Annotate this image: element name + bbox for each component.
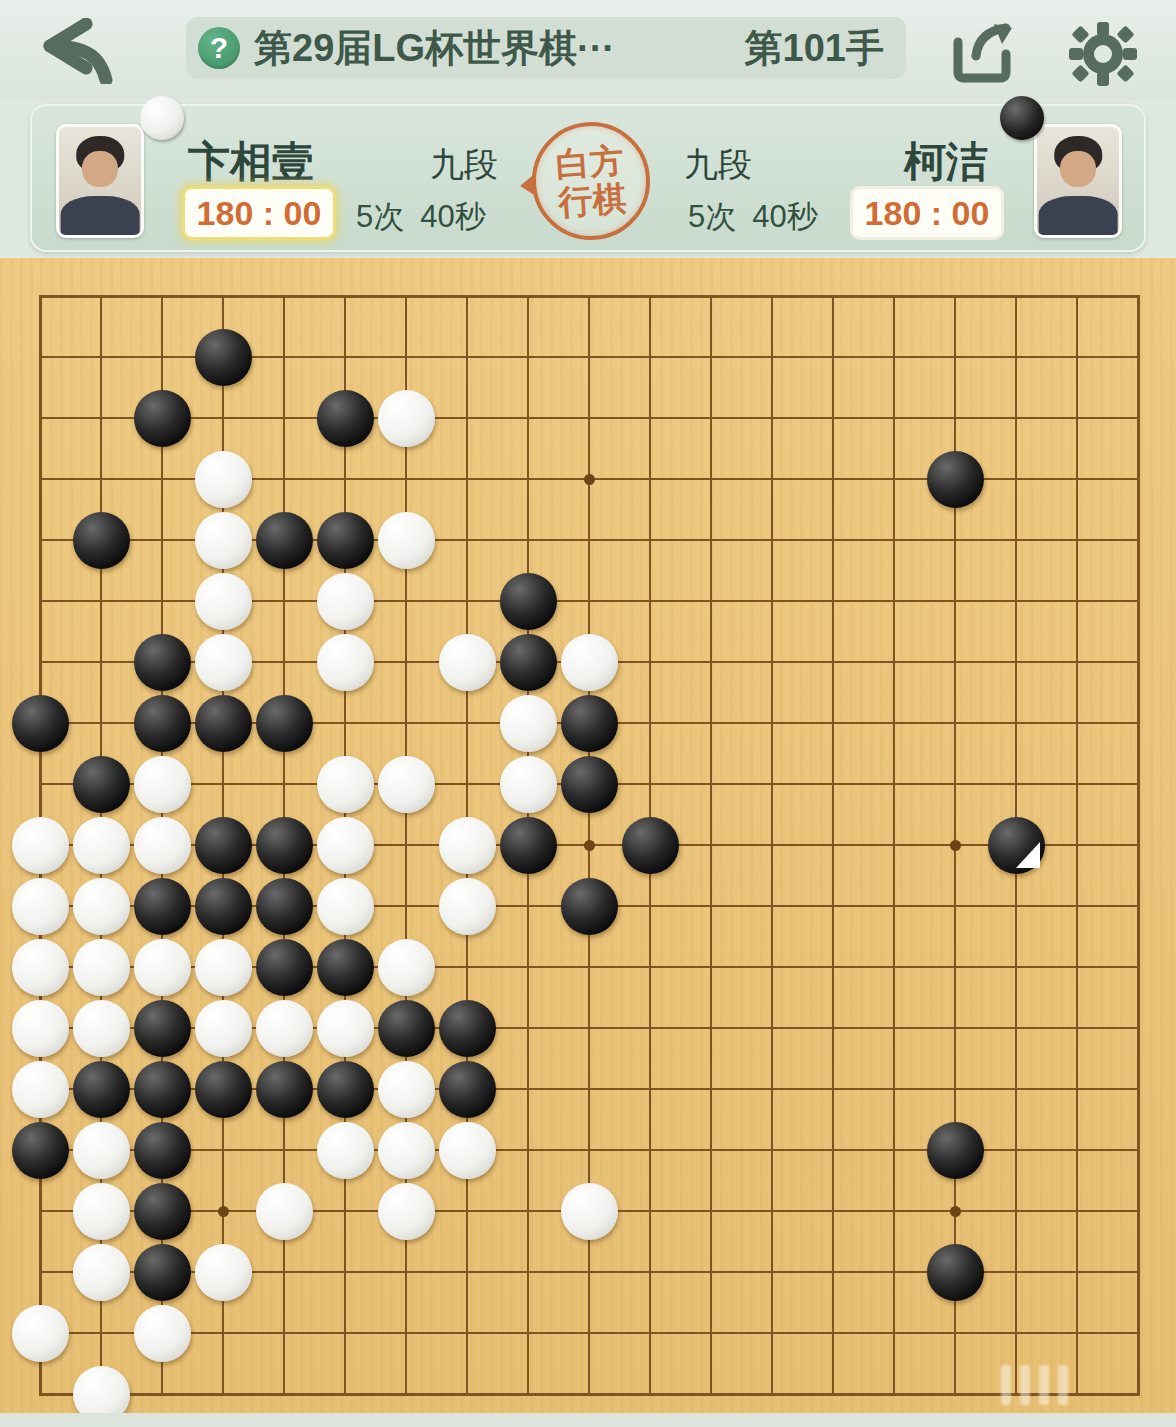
- stone-black: [317, 512, 374, 569]
- clock-right: 180 : 00: [850, 186, 1004, 240]
- grid-line: [39, 1332, 1140, 1334]
- stone-black: [500, 634, 557, 691]
- stone-black: [134, 1122, 191, 1179]
- grid-line: [710, 295, 712, 1396]
- star-point: [950, 840, 961, 851]
- stone-white: [561, 1183, 618, 1240]
- stone-black: [561, 695, 618, 752]
- stone-white: [256, 1183, 313, 1240]
- avatar-body: [61, 196, 140, 238]
- stone-black: [134, 1244, 191, 1301]
- stone-white: [378, 390, 435, 447]
- stone-black: [256, 695, 313, 752]
- stone-white: [134, 756, 191, 813]
- stone-white: [73, 1000, 130, 1057]
- stone-black: [256, 512, 313, 569]
- stone-white: [439, 634, 496, 691]
- stone-black: [134, 1183, 191, 1240]
- go-board[interactable]: [0, 258, 1176, 1427]
- settings-button[interactable]: [1066, 20, 1140, 84]
- share-button[interactable]: [948, 20, 1022, 84]
- stone-white: [378, 1061, 435, 1118]
- top-bar: ? 第29届LG杯世界棋··· 第101手: [0, 0, 1176, 100]
- stone-white: [73, 1122, 130, 1179]
- byoyomi-periods-left: 5次: [356, 196, 404, 238]
- seal-line1: 白方: [554, 141, 624, 184]
- stone-black: [12, 1122, 69, 1179]
- stone-black: [195, 329, 252, 386]
- grid-line: [832, 295, 834, 1396]
- move-counter: 第101手: [745, 23, 884, 74]
- stone-white: [561, 634, 618, 691]
- stone-white: [73, 1244, 130, 1301]
- stone-black: [195, 817, 252, 874]
- stone-black: [195, 1061, 252, 1118]
- stone-black: [988, 817, 1045, 874]
- back-button[interactable]: [34, 18, 118, 84]
- gear-icon: [1066, 20, 1140, 88]
- stone-black: [256, 817, 313, 874]
- star-point: [950, 1206, 961, 1217]
- last-move-marker: [1016, 842, 1040, 868]
- bottom-strip: [0, 1413, 1176, 1427]
- stone-black: [134, 878, 191, 935]
- stone-white: [317, 573, 374, 630]
- stone-white: [195, 451, 252, 508]
- stone-black: [317, 1061, 374, 1118]
- stone-white: [378, 1183, 435, 1240]
- grid-line: [771, 295, 773, 1396]
- player-name-right: 柯洁: [904, 134, 988, 190]
- stone-white: [500, 695, 557, 752]
- stone-black: [561, 756, 618, 813]
- stone-white: [439, 878, 496, 935]
- stone-black: [439, 1061, 496, 1118]
- stone-black: [134, 695, 191, 752]
- avatar-face: [82, 151, 118, 188]
- stone-white: [195, 1244, 252, 1301]
- stone-white: [378, 512, 435, 569]
- stone-white: [195, 939, 252, 996]
- stone-white: [317, 878, 374, 935]
- share-icon: [948, 20, 1022, 84]
- stone-black: [927, 1122, 984, 1179]
- stone-black: [134, 1061, 191, 1118]
- stone-black: [195, 695, 252, 752]
- byoyomi-right: 5次 40秒: [688, 196, 818, 238]
- page-title: 第29届LG杯世界棋···: [254, 23, 615, 74]
- stone-white: [195, 1000, 252, 1057]
- avatar-body: [1039, 196, 1118, 238]
- stone-white: [73, 817, 130, 874]
- stone-white: [195, 512, 252, 569]
- stone-white: [134, 939, 191, 996]
- stone-white: [317, 1122, 374, 1179]
- app-screen: ? 第29届LG杯世界棋··· 第101手: [0, 0, 1176, 1427]
- stone-black: [927, 451, 984, 508]
- player-photo-left[interactable]: [56, 124, 144, 238]
- byoyomi-seconds-left: 40秒: [420, 196, 485, 238]
- stone-black: [256, 939, 313, 996]
- stone-black: [317, 390, 374, 447]
- stone-white: [317, 634, 374, 691]
- stone-black: [622, 817, 679, 874]
- seal-line2: 行棋: [557, 179, 627, 222]
- stone-black: [134, 634, 191, 691]
- question-mark-icon[interactable]: ?: [198, 27, 240, 69]
- byoyomi-left: 5次 40秒: [356, 196, 486, 238]
- back-arrow-icon: [34, 18, 118, 84]
- stone-black: [195, 878, 252, 935]
- stone-white: [73, 878, 130, 935]
- stone-white: [317, 1000, 374, 1057]
- avatar-face: [1060, 151, 1096, 188]
- black-stone-indicator: [1000, 96, 1044, 140]
- player-rank-right: 九段: [684, 142, 752, 188]
- stone-white: [12, 817, 69, 874]
- stone-black: [378, 1000, 435, 1057]
- stone-white: [12, 1000, 69, 1057]
- stone-white: [12, 878, 69, 935]
- stone-white: [134, 1305, 191, 1362]
- stone-black: [500, 817, 557, 874]
- player-panel: 卞相壹 九段 180 : 00 5次 40秒 白方 行棋 九段 柯洁 5次 40…: [30, 104, 1146, 252]
- player-rank-left: 九段: [430, 142, 498, 188]
- stone-white: [12, 1061, 69, 1118]
- stone-black: [317, 939, 374, 996]
- player-photo-right[interactable]: [1034, 124, 1122, 238]
- stone-white: [439, 817, 496, 874]
- byoyomi-seconds-right: 40秒: [752, 196, 817, 238]
- stone-white: [195, 634, 252, 691]
- stone-black: [500, 573, 557, 630]
- stone-white: [317, 756, 374, 813]
- star-point: [584, 474, 595, 485]
- stone-white: [195, 573, 252, 630]
- grid-line: [1137, 295, 1140, 1396]
- stone-white: [256, 1000, 313, 1057]
- stone-white: [317, 817, 374, 874]
- stone-white: [378, 756, 435, 813]
- stone-white: [378, 1122, 435, 1179]
- grid-line: [893, 295, 895, 1396]
- turn-indicator-seal: 白方 行棋: [528, 118, 654, 244]
- stone-white: [73, 1183, 130, 1240]
- stone-black: [256, 1061, 313, 1118]
- stone-white: [73, 939, 130, 996]
- stone-black: [134, 390, 191, 447]
- stone-black: [12, 695, 69, 752]
- white-stone-indicator: [140, 96, 184, 140]
- clock-left: 180 : 00: [182, 186, 336, 240]
- grid-line: [39, 1393, 1140, 1396]
- seal-pointer: [519, 174, 535, 197]
- stone-white: [500, 756, 557, 813]
- stone-white: [378, 939, 435, 996]
- stone-black: [927, 1244, 984, 1301]
- byoyomi-periods-right: 5次: [688, 196, 736, 238]
- stone-black: [73, 1061, 130, 1118]
- stone-white: [12, 939, 69, 996]
- stone-black: [439, 1000, 496, 1057]
- stone-black: [561, 878, 618, 935]
- stone-white: [134, 817, 191, 874]
- star-point: [218, 1206, 229, 1217]
- stone-white: [12, 1305, 69, 1362]
- title-pill: ? 第29届LG杯世界棋··· 第101手: [186, 17, 906, 79]
- player-name-left: 卞相壹: [188, 134, 314, 190]
- watermark: [992, 1365, 1162, 1411]
- stone-white: [439, 1122, 496, 1179]
- stone-black: [134, 1000, 191, 1057]
- stone-black: [73, 756, 130, 813]
- stone-black: [73, 512, 130, 569]
- stone-black: [256, 878, 313, 935]
- grid-line: [1076, 295, 1078, 1396]
- star-point: [584, 840, 595, 851]
